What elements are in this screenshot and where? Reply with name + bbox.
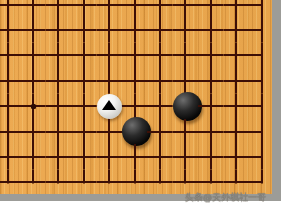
intersection-P4 — [147, 94, 172, 119]
intersection-Q5 — [173, 68, 198, 93]
intersection-N5 — [97, 68, 122, 93]
intersection-T8 — [249, 0, 272, 17]
intersection-R4 — [198, 94, 223, 119]
intersection-S1 — [224, 170, 249, 194]
intersection-P3 — [147, 119, 172, 144]
intersection-L7 — [46, 17, 71, 42]
intersection-R2 — [198, 144, 223, 169]
intersection-S8 — [224, 0, 249, 17]
intersection-T2 — [249, 144, 272, 169]
intersection-R3 — [198, 119, 223, 144]
intersection-Q6 — [173, 43, 198, 68]
intersection-T3 — [249, 119, 272, 144]
intersection-O7 — [122, 17, 147, 42]
intersection-K7 — [20, 17, 45, 42]
intersection-Q1 — [173, 170, 198, 194]
intersection-N3 — [97, 119, 122, 144]
intersection-M6 — [71, 43, 96, 68]
intersection-J1 — [0, 170, 20, 194]
intersection-J4 — [0, 94, 20, 119]
intersection-O3 — [122, 119, 147, 144]
intersection-M4 — [71, 94, 96, 119]
intersection-R7 — [198, 17, 223, 42]
intersection-S4 — [224, 94, 249, 119]
triangle-marker — [102, 100, 116, 110]
intersection-K5 — [20, 68, 45, 93]
intersection-M2 — [71, 144, 96, 169]
intersection-J2 — [0, 144, 20, 169]
intersection-O1 — [122, 170, 147, 194]
intersection-Q7 — [173, 17, 198, 42]
intersection-R5 — [198, 68, 223, 93]
intersection-N6 — [97, 43, 122, 68]
intersection-L8 — [46, 0, 71, 17]
intersection-R1 — [198, 170, 223, 194]
intersection-Q8 — [173, 0, 198, 17]
intersection-Q3 — [173, 119, 198, 144]
intersection-K6 — [20, 43, 45, 68]
intersection-J6 — [0, 43, 20, 68]
intersection-M3 — [71, 119, 96, 144]
intersection-K4 — [20, 94, 45, 119]
intersection-L1 — [46, 170, 71, 194]
intersection-J8 — [0, 0, 20, 17]
white-stone — [97, 94, 122, 119]
board-photo — [0, 0, 272, 194]
intersection-O4 — [122, 94, 147, 119]
watermark: 头条@天外棋社一哥 — [185, 192, 266, 203]
intersection-L6 — [46, 43, 71, 68]
intersection-T6 — [249, 43, 272, 68]
intersection-P1 — [147, 170, 172, 194]
intersection-J7 — [0, 17, 20, 42]
intersection-Q2 — [173, 144, 198, 169]
intersection-K1 — [20, 170, 45, 194]
intersection-P8 — [147, 0, 172, 17]
intersection-R8 — [198, 0, 223, 17]
intersection-S7 — [224, 17, 249, 42]
intersection-N1 — [97, 170, 122, 194]
intersection-P5 — [147, 68, 172, 93]
intersection-K2 — [20, 144, 45, 169]
intersection-K3 — [20, 119, 45, 144]
intersection-K8 — [20, 0, 45, 17]
star-point — [31, 104, 36, 109]
intersection-J5 — [0, 68, 20, 93]
intersection-S3 — [224, 119, 249, 144]
intersection-M1 — [71, 170, 96, 194]
intersection-T5 — [249, 68, 272, 93]
intersection-O2 — [122, 144, 147, 169]
intersection-S2 — [224, 144, 249, 169]
intersection-J3 — [0, 119, 20, 144]
intersection-N2 — [97, 144, 122, 169]
intersection-N8 — [97, 0, 122, 17]
intersection-M8 — [71, 0, 96, 17]
intersection-L3 — [46, 119, 71, 144]
intersection-M7 — [71, 17, 96, 42]
intersection-T7 — [249, 17, 272, 42]
intersection-L5 — [46, 68, 71, 93]
intersection-S5 — [224, 68, 249, 93]
intersection-O8 — [122, 0, 147, 17]
intersection-T4 — [249, 94, 272, 119]
intersection-L2 — [46, 144, 71, 169]
intersection-P2 — [147, 144, 172, 169]
photo-frame — [0, 0, 281, 201]
intersection-R6 — [198, 43, 223, 68]
intersection-P7 — [147, 17, 172, 42]
intersection-T1 — [249, 170, 272, 194]
go-board-grid — [0, 0, 272, 194]
intersection-O5 — [122, 68, 147, 93]
intersection-N4 — [97, 94, 122, 119]
intersection-Q4 — [173, 94, 198, 119]
intersection-L4 — [46, 94, 71, 119]
intersection-O6 — [122, 43, 147, 68]
intersection-S6 — [224, 43, 249, 68]
intersection-P6 — [147, 43, 172, 68]
intersection-N7 — [97, 17, 122, 42]
intersection-M5 — [71, 68, 96, 93]
